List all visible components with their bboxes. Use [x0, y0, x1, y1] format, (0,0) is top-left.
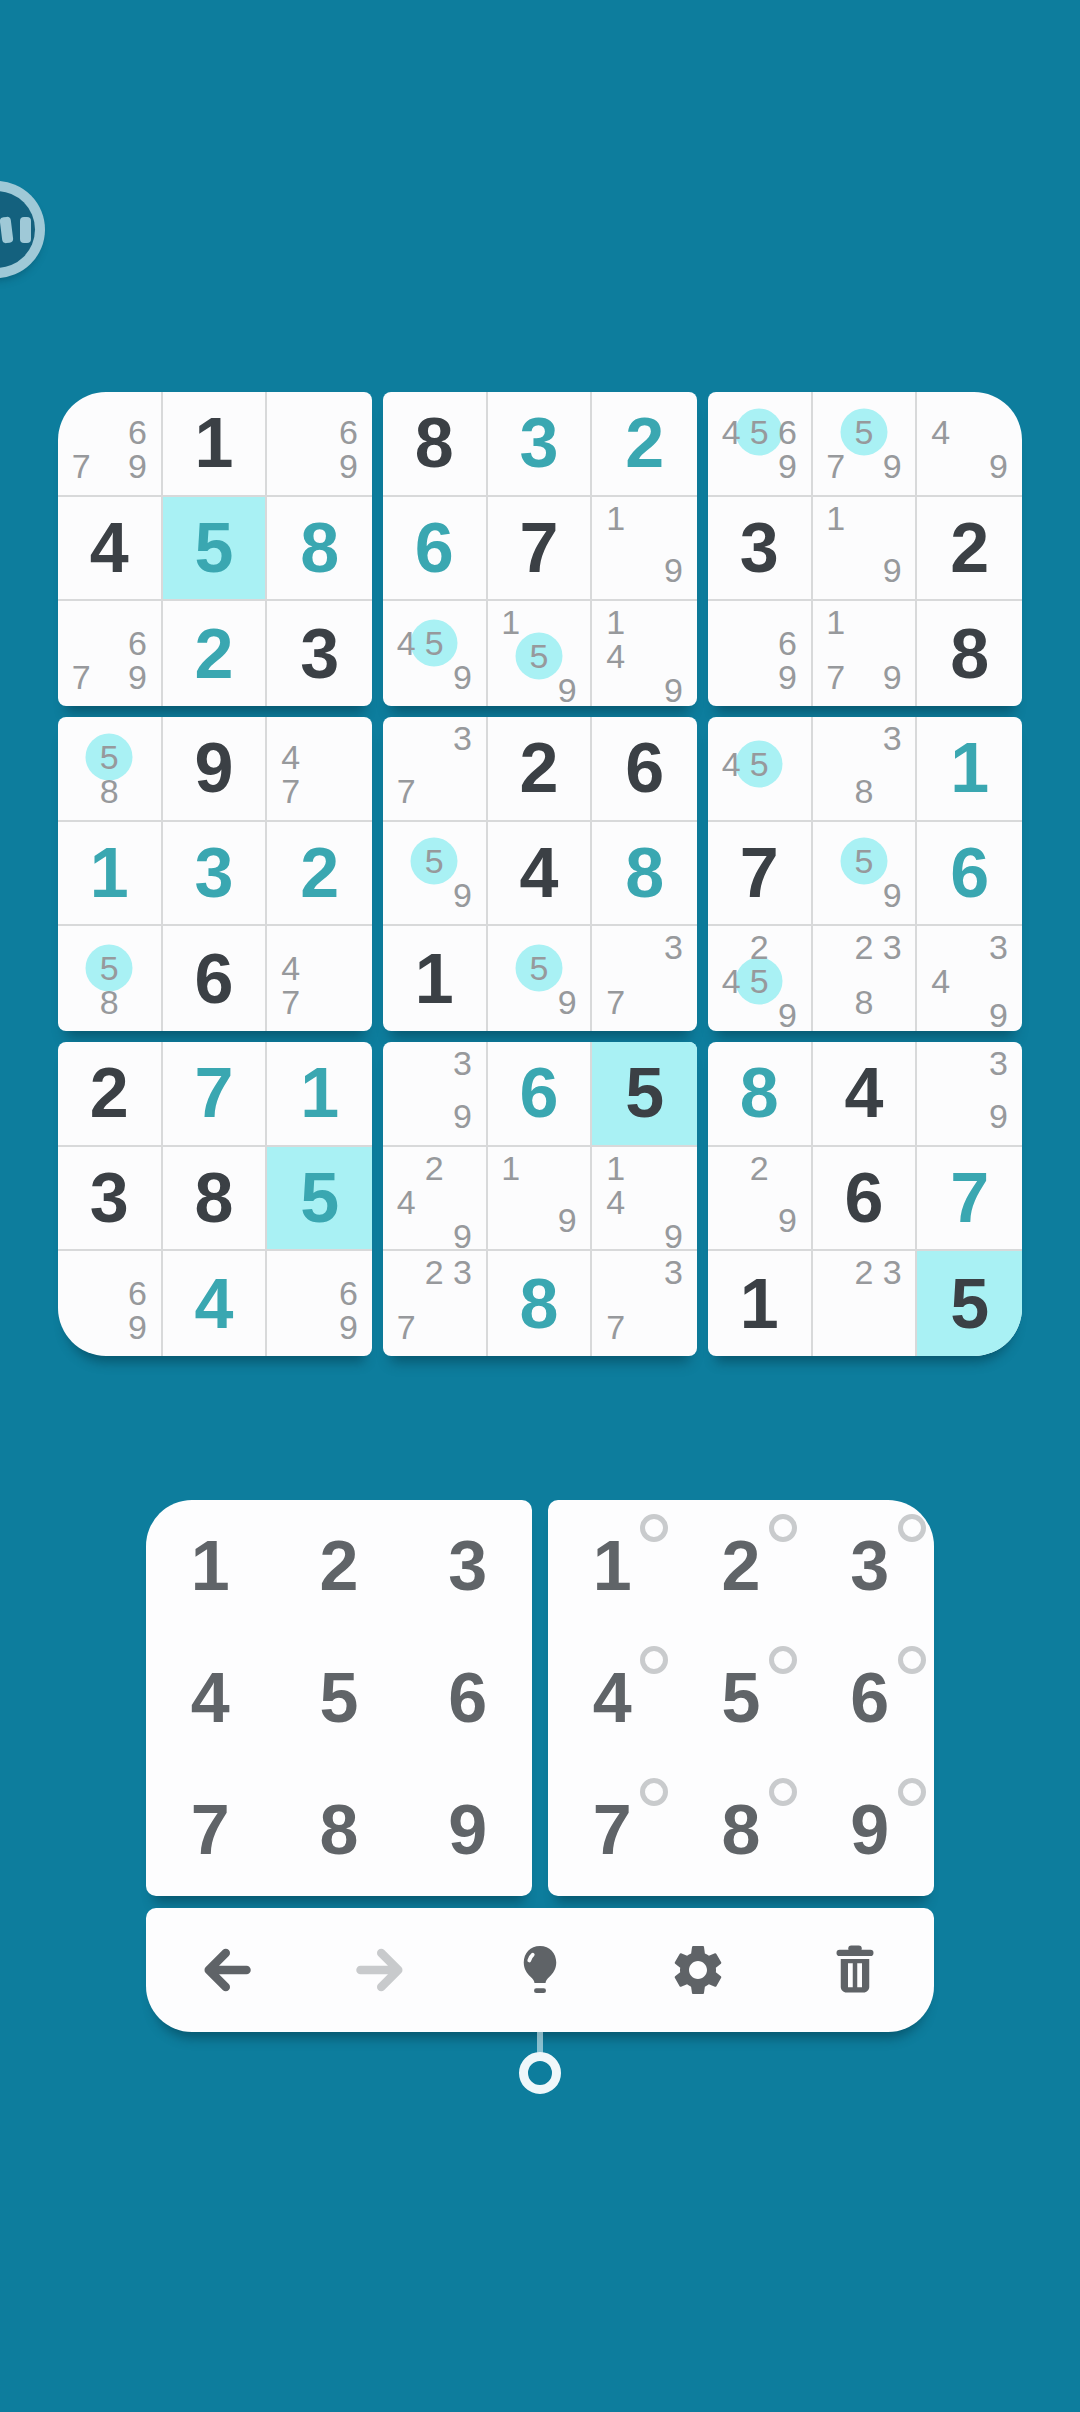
pencil-mark: 6 — [773, 626, 801, 660]
cell-r8c9[interactable]: 7 — [917, 1147, 1022, 1252]
cell-r5c2[interactable]: 3 — [163, 822, 268, 927]
note-key-4[interactable]: 4 — [548, 1632, 677, 1764]
pencil-mark: 1 — [497, 605, 525, 639]
cell-r7c1[interactable]: 2 — [58, 1042, 163, 1147]
pencil-mark-empty — [926, 1080, 955, 1099]
entered-digit: 1 — [90, 838, 129, 908]
pencil-marks: 579 — [822, 396, 907, 483]
pencil-mark-empty — [334, 740, 363, 774]
cell-r6c3[interactable]: 47 — [267, 926, 372, 1031]
pencil-mark-highlighted: 5 — [420, 844, 448, 878]
cell-r7c4[interactable]: 39 — [383, 1042, 488, 1147]
pencil-mark-empty — [305, 951, 334, 985]
pencil-mark-empty — [630, 1289, 659, 1310]
cell-r9c6[interactable]: 37 — [592, 1251, 697, 1356]
cell-r2c4[interactable]: 6 — [383, 497, 488, 602]
cell-r1c8[interactable]: 579 — [813, 392, 918, 497]
given-digit: 2 — [950, 513, 989, 583]
number-key-5[interactable]: 5 — [275, 1632, 404, 1764]
pencil-mark: 8 — [850, 985, 878, 1019]
box-8: 396524919149237837 — [383, 1042, 697, 1356]
pencil-mark-empty — [420, 755, 448, 774]
pencil-mark: 6 — [123, 415, 151, 449]
pencil-mark-empty — [850, 535, 878, 554]
pencil-mark-empty — [392, 1099, 420, 1133]
cell-r9c5[interactable]: 8 — [488, 1251, 593, 1356]
key-digit: 1 — [593, 1531, 632, 1601]
cell-r3c1[interactable]: 679 — [58, 601, 163, 706]
pencil-mark: 2 — [745, 1151, 773, 1185]
pencil-mark-empty — [95, 605, 123, 626]
pencil-mark-empty — [420, 878, 448, 912]
cell-r8c1[interactable]: 3 — [58, 1147, 163, 1252]
pencil-mark: 8 — [95, 985, 123, 1019]
entered-digit: 6 — [415, 513, 454, 583]
cell-r4c5[interactable]: 2 — [488, 717, 593, 822]
pencil-mark: 7 — [67, 660, 95, 694]
pencil-mark-empty — [601, 553, 630, 587]
pencil-mark-empty — [773, 721, 801, 747]
pencil-mark-empty — [334, 1255, 363, 1276]
cell-r3c6[interactable]: 149 — [592, 601, 697, 706]
numpad-normal: 123456789 — [146, 1500, 532, 1896]
pencil-marks: 19 — [822, 501, 907, 588]
pencil-marks: 59 — [392, 826, 477, 913]
given-digit: 6 — [625, 733, 664, 803]
cell-r9c7[interactable]: 1 — [708, 1251, 813, 1356]
pencil-marks: 59 — [497, 930, 582, 1019]
pencil-mark-empty — [553, 951, 581, 985]
number-key-4[interactable]: 4 — [146, 1632, 275, 1764]
pencil-mark-empty — [67, 415, 95, 449]
pencil-mark: 9 — [448, 1099, 476, 1133]
cell-r6c8[interactable]: 238 — [813, 926, 918, 1031]
note-key-8[interactable]: 8 — [677, 1764, 806, 1896]
key-digit: 4 — [593, 1663, 632, 1733]
pencil-mark-empty — [95, 396, 123, 415]
pencil-marks: 47 — [276, 721, 363, 808]
note-key-7[interactable]: 7 — [548, 1764, 677, 1896]
cell-r3c2[interactable]: 2 — [163, 601, 268, 706]
pencil-mark-empty — [497, 930, 525, 951]
cell-r4c1[interactable]: 58 — [58, 717, 163, 822]
pencil-mark-empty — [630, 1219, 659, 1253]
pencil-marks: 49 — [926, 396, 1013, 483]
note-ring-icon — [898, 1514, 926, 1542]
hint-button[interactable] — [461, 1908, 619, 2032]
note-ring-icon — [769, 1778, 797, 1806]
box-5: 3726594815937 — [383, 717, 697, 1031]
cell-r4c4[interactable]: 37 — [383, 717, 488, 822]
cell-r1c4[interactable]: 8 — [383, 392, 488, 497]
pencil-mark-empty — [334, 396, 363, 415]
pencil-mark-empty — [305, 396, 334, 415]
pencil-mark-empty — [955, 1080, 984, 1099]
cell-r1c2[interactable]: 1 — [163, 392, 268, 497]
pencil-mark-empty — [553, 1151, 581, 1185]
cell-r9c4[interactable]: 237 — [383, 1251, 488, 1356]
key-digit: 6 — [850, 1663, 889, 1733]
pencil-mark-empty — [448, 755, 476, 774]
pencil-mark-empty — [123, 951, 151, 985]
pencil-mark-highlighted: 5 — [95, 951, 123, 985]
pencil-mark-empty — [630, 1185, 659, 1219]
pencil-mark: 9 — [553, 1203, 581, 1237]
cell-r7c2[interactable]: 7 — [163, 1042, 268, 1147]
pencil-marks: 37 — [392, 721, 477, 808]
pencil-mark-empty — [850, 721, 878, 755]
note-key-1[interactable]: 1 — [548, 1500, 677, 1632]
pencil-mark-empty — [123, 930, 151, 951]
note-key-2[interactable]: 2 — [677, 1500, 806, 1632]
cell-r7c7[interactable]: 8 — [708, 1042, 813, 1147]
cell-r9c1[interactable]: 69 — [58, 1251, 163, 1356]
cell-r5c9[interactable]: 6 — [917, 822, 1022, 927]
pencil-marks: 149 — [601, 605, 688, 694]
key-digit: 1 — [191, 1531, 230, 1601]
pencil-mark-empty — [123, 985, 151, 1019]
pencil-mark-empty — [659, 639, 688, 673]
pencil-marks: 23 — [822, 1255, 907, 1344]
pencil-mark-empty — [601, 964, 630, 985]
pencil-mark: 9 — [878, 878, 906, 912]
pause-icon — [0, 191, 35, 268]
pencil-mark-empty — [850, 964, 878, 985]
entered-digit: 1 — [950, 733, 989, 803]
entered-digit: 1 — [300, 1058, 339, 1128]
pencil-mark-empty — [717, 998, 745, 1031]
given-digit: 2 — [90, 1058, 129, 1128]
cell-r7c8[interactable]: 4 — [813, 1042, 918, 1147]
pencil-mark: 9 — [984, 449, 1013, 483]
pencil-marks: 159 — [497, 605, 582, 694]
pencil-mark: 6 — [334, 1276, 363, 1310]
cell-r5c7[interactable]: 7 — [708, 822, 813, 927]
pencil-mark-empty — [717, 721, 745, 747]
pencil-mark-empty — [717, 781, 745, 807]
pencil-mark-empty — [601, 1255, 630, 1289]
pencil-mark-empty — [878, 1317, 906, 1344]
pencil-mark-empty — [822, 755, 850, 774]
cell-r7c9[interactable]: 39 — [917, 1042, 1022, 1147]
pencil-mark-empty — [392, 1046, 420, 1080]
entered-digit: 5 — [300, 1163, 339, 1233]
pencil-mark-empty — [334, 774, 363, 808]
pencil-mark-empty — [745, 998, 773, 1031]
key-digit: 6 — [448, 1663, 487, 1733]
pencil-mark-empty — [630, 501, 659, 535]
pencil-mark-empty — [448, 605, 476, 626]
pencil-mark-empty — [717, 1203, 745, 1237]
pencil-mark: 1 — [601, 501, 630, 535]
pencil-mark-empty — [822, 985, 850, 1019]
pencil-mark-empty — [822, 1317, 850, 1344]
pencil-mark-empty — [926, 998, 955, 1031]
cell-r7c5[interactable]: 6 — [488, 1042, 593, 1147]
given-digit: 8 — [195, 1163, 234, 1233]
number-key-7[interactable]: 7 — [146, 1764, 275, 1896]
pencil-mark-empty — [305, 449, 334, 483]
pencil-marks: 37 — [601, 930, 688, 1019]
cell-r9c3[interactable]: 69 — [267, 1251, 372, 1356]
note-key-5[interactable]: 5 — [677, 1632, 806, 1764]
cell-r9c8[interactable]: 23 — [813, 1251, 918, 1356]
pencil-mark: 9 — [878, 660, 906, 694]
cell-r5c4[interactable]: 59 — [383, 822, 488, 927]
given-digit: 6 — [845, 1163, 884, 1233]
cell-r1c1[interactable]: 679 — [58, 392, 163, 497]
pencil-mark-empty — [497, 985, 525, 1019]
pencil-mark-empty — [305, 1255, 334, 1276]
pencil-mark-empty — [276, 396, 305, 415]
cell-r4c7[interactable]: 45 — [708, 717, 813, 822]
pencil-marks: 149 — [601, 1151, 688, 1238]
cell-r5c3[interactable]: 2 — [267, 822, 372, 927]
pencil-mark-empty — [276, 1255, 305, 1276]
pencil-mark-empty — [305, 415, 334, 449]
undo-button[interactable] — [146, 1908, 304, 2032]
pencil-marks: 69 — [67, 1255, 152, 1344]
numpad-notes: 123456789 — [548, 1500, 934, 1896]
cell-r8c2[interactable]: 8 — [163, 1147, 268, 1252]
pencil-mark: 9 — [123, 660, 151, 694]
cell-r6c4[interactable]: 1 — [383, 926, 488, 1031]
pencil-mark-empty — [392, 660, 420, 694]
cell-r2c5[interactable]: 7 — [488, 497, 593, 602]
cell-r6c6[interactable]: 37 — [592, 926, 697, 1031]
cell-r2c1[interactable]: 4 — [58, 497, 163, 602]
pencil-mark: 9 — [878, 553, 906, 587]
given-digit: 7 — [740, 838, 779, 908]
cell-r8c3[interactable]: 5 — [267, 1147, 372, 1252]
pencil-mark-empty — [630, 639, 659, 673]
cell-r2c2[interactable]: 5 — [163, 497, 268, 602]
cell-r9c9[interactable]: 5 — [917, 1251, 1022, 1356]
cell-r4c8[interactable]: 38 — [813, 717, 918, 822]
given-digit: 8 — [415, 408, 454, 478]
given-digit: 3 — [740, 513, 779, 583]
key-digit: 8 — [320, 1795, 359, 1865]
pencil-mark-empty — [717, 660, 745, 694]
key-digit: 9 — [448, 1795, 487, 1865]
cell-r6c2[interactable]: 6 — [163, 926, 268, 1031]
pencil-mark-empty — [822, 396, 850, 415]
pencil-mark-empty — [630, 605, 659, 639]
cell-r5c6[interactable]: 8 — [592, 822, 697, 927]
cell-r8c5[interactable]: 19 — [488, 1147, 593, 1252]
cell-r8c7[interactable]: 29 — [708, 1147, 813, 1252]
pencil-mark-empty — [305, 774, 334, 808]
pencil-mark-empty — [878, 501, 906, 535]
pencil-mark: 9 — [334, 449, 363, 483]
trash-icon — [825, 1940, 885, 2000]
pencil-mark: 9 — [553, 985, 581, 1019]
pencil-mark-highlighted: 5 — [745, 747, 773, 781]
pencil-mark-empty — [305, 985, 334, 1019]
pencil-mark-empty — [717, 396, 745, 415]
key-digit: 7 — [191, 1795, 230, 1865]
number-key-1[interactable]: 1 — [146, 1500, 275, 1632]
pencil-mark-empty — [67, 774, 95, 808]
pencil-mark-empty — [850, 605, 878, 639]
cell-r2c9[interactable]: 2 — [917, 497, 1022, 602]
pencil-mark-empty — [392, 1289, 420, 1310]
pencil-mark-empty — [95, 1276, 123, 1310]
cell-r3c5[interactable]: 159 — [488, 601, 593, 706]
pencil-mark-empty — [123, 740, 151, 774]
pencil-mark-empty — [67, 396, 95, 415]
cell-r3c8[interactable]: 179 — [813, 601, 918, 706]
cell-r5c5[interactable]: 4 — [488, 822, 593, 927]
pencil-mark-empty — [822, 721, 850, 755]
pencil-mark-empty — [276, 449, 305, 483]
cell-r1c7[interactable]: 4569 — [708, 392, 813, 497]
pencil-mark-empty — [745, 605, 773, 626]
cell-r6c7[interactable]: 2459 — [708, 926, 813, 1031]
cell-r5c1[interactable]: 1 — [58, 822, 163, 927]
pencil-mark-empty — [601, 535, 630, 554]
pencil-mark-empty — [659, 605, 688, 639]
pencil-mark: 4 — [926, 415, 955, 449]
number-key-6[interactable]: 6 — [403, 1632, 532, 1764]
box-3: 4569579493192691798 — [708, 392, 1022, 706]
pencil-mark-empty — [276, 721, 305, 740]
cell-r4c3[interactable]: 47 — [267, 717, 372, 822]
pencil-mark-empty — [878, 826, 906, 845]
cell-r3c7[interactable]: 69 — [708, 601, 813, 706]
pencil-mark-empty — [601, 1289, 630, 1310]
cell-r6c9[interactable]: 349 — [917, 926, 1022, 1031]
pencil-mark-empty — [525, 673, 553, 706]
cell-r8c8[interactable]: 6 — [813, 1147, 918, 1252]
delete-button[interactable] — [776, 1908, 934, 2032]
cell-r7c3[interactable]: 1 — [267, 1042, 372, 1147]
pencil-mark-empty — [850, 501, 878, 535]
pencil-mark-highlighted: 5 — [525, 639, 553, 673]
pencil-mark-empty — [822, 535, 850, 554]
cell-r4c6[interactable]: 6 — [592, 717, 697, 822]
pencil-mark-empty — [67, 1310, 95, 1344]
pencil-mark-empty — [334, 930, 363, 951]
cell-r2c3[interactable]: 8 — [267, 497, 372, 602]
cell-r8c4[interactable]: 249 — [383, 1147, 488, 1252]
cell-r9c2[interactable]: 4 — [163, 1251, 268, 1356]
pencil-mark: 9 — [123, 449, 151, 483]
pencil-marks: 39 — [392, 1046, 477, 1133]
pencil-marks: 179 — [822, 605, 907, 694]
key-digit: 9 — [850, 1795, 889, 1865]
settings-button[interactable] — [619, 1908, 777, 2032]
pencil-mark: 4 — [601, 1185, 630, 1219]
pencil-mark-empty — [525, 985, 553, 1019]
cell-r1c9[interactable]: 49 — [917, 392, 1022, 497]
pause-button[interactable] — [0, 181, 45, 278]
pencil-mark-empty — [850, 660, 878, 694]
pencil-mark-empty — [717, 605, 745, 626]
pencil-mark: 9 — [773, 998, 801, 1031]
pencil-mark-empty — [67, 1255, 95, 1276]
cell-r2c8[interactable]: 19 — [813, 497, 918, 602]
pencil-mark-empty — [926, 1046, 955, 1080]
cell-r2c7[interactable]: 3 — [708, 497, 813, 602]
pencil-mark-empty — [123, 605, 151, 626]
given-digit: 6 — [195, 944, 234, 1014]
pencil-marks: 39 — [926, 1046, 1013, 1133]
pencil-mark-empty — [955, 396, 984, 415]
cell-r6c1[interactable]: 58 — [58, 926, 163, 1031]
pencil-mark-empty — [955, 449, 984, 483]
pencil-mark-empty — [926, 930, 955, 964]
key-digit: 4 — [191, 1663, 230, 1733]
cell-r3c3[interactable]: 3 — [267, 601, 372, 706]
lightbulb-icon — [510, 1940, 570, 2000]
pencil-mark-empty — [878, 1289, 906, 1316]
note-key-9[interactable]: 9 — [805, 1764, 934, 1896]
pencil-mark-empty — [822, 553, 850, 587]
pencil-mark-empty — [659, 501, 688, 535]
cell-r4c9[interactable]: 1 — [917, 717, 1022, 822]
number-key-9[interactable]: 9 — [403, 1764, 532, 1896]
redo-button[interactable] — [304, 1908, 462, 2032]
cell-r1c6[interactable]: 2 — [592, 392, 697, 497]
number-key-3[interactable]: 3 — [403, 1500, 532, 1632]
pencil-mark-empty — [420, 1289, 448, 1310]
pencil-marks: 37 — [601, 1255, 688, 1344]
cell-r3c9[interactable]: 8 — [917, 601, 1022, 706]
number-key-2[interactable]: 2 — [275, 1500, 404, 1632]
pencil-mark: 9 — [659, 553, 688, 587]
cell-r4c2[interactable]: 9 — [163, 717, 268, 822]
pencil-mark-empty — [305, 1310, 334, 1344]
cell-r6c5[interactable]: 59 — [488, 926, 593, 1031]
note-key-3[interactable]: 3 — [805, 1500, 934, 1632]
pencil-mark: 6 — [773, 415, 801, 449]
pencil-mark-empty — [601, 673, 630, 706]
cell-r5c8[interactable]: 59 — [813, 822, 918, 927]
pencil-mark-empty — [745, 1185, 773, 1204]
cell-r1c5[interactable]: 3 — [488, 392, 593, 497]
pencil-mark-empty — [497, 673, 525, 706]
pencil-mark-empty — [878, 964, 906, 985]
pencil-mark: 2 — [850, 1255, 878, 1289]
drag-handle[interactable] — [519, 2052, 561, 2094]
given-digit: 5 — [950, 1269, 989, 1339]
pencil-mark: 6 — [123, 626, 151, 660]
pencil-mark-empty — [392, 1255, 420, 1289]
pencil-mark-empty — [601, 930, 630, 964]
pencil-mark: 1 — [601, 1151, 630, 1185]
pencil-mark: 9 — [773, 1203, 801, 1237]
cell-r7c6[interactable]: 5 — [592, 1042, 697, 1147]
entered-digit: 5 — [195, 513, 234, 583]
number-key-8[interactable]: 8 — [275, 1764, 404, 1896]
pencil-mark: 3 — [659, 930, 688, 964]
pencil-mark-highlighted: 5 — [745, 415, 773, 449]
pencil-mark-empty — [659, 1185, 688, 1219]
note-key-6[interactable]: 6 — [805, 1632, 934, 1764]
entered-digit: 6 — [950, 838, 989, 908]
pencil-mark-empty — [745, 626, 773, 660]
cell-r3c4[interactable]: 459 — [383, 601, 488, 706]
box-7: 27138569469 — [58, 1042, 372, 1356]
toolbar — [146, 1908, 934, 2032]
cell-r8c6[interactable]: 149 — [592, 1147, 697, 1252]
pencil-mark-empty — [630, 673, 659, 706]
pencil-mark-empty — [822, 1255, 850, 1289]
cell-r1c3[interactable]: 69 — [267, 392, 372, 497]
cell-r2c6[interactable]: 19 — [592, 497, 697, 602]
pencil-mark-empty — [497, 1185, 525, 1204]
